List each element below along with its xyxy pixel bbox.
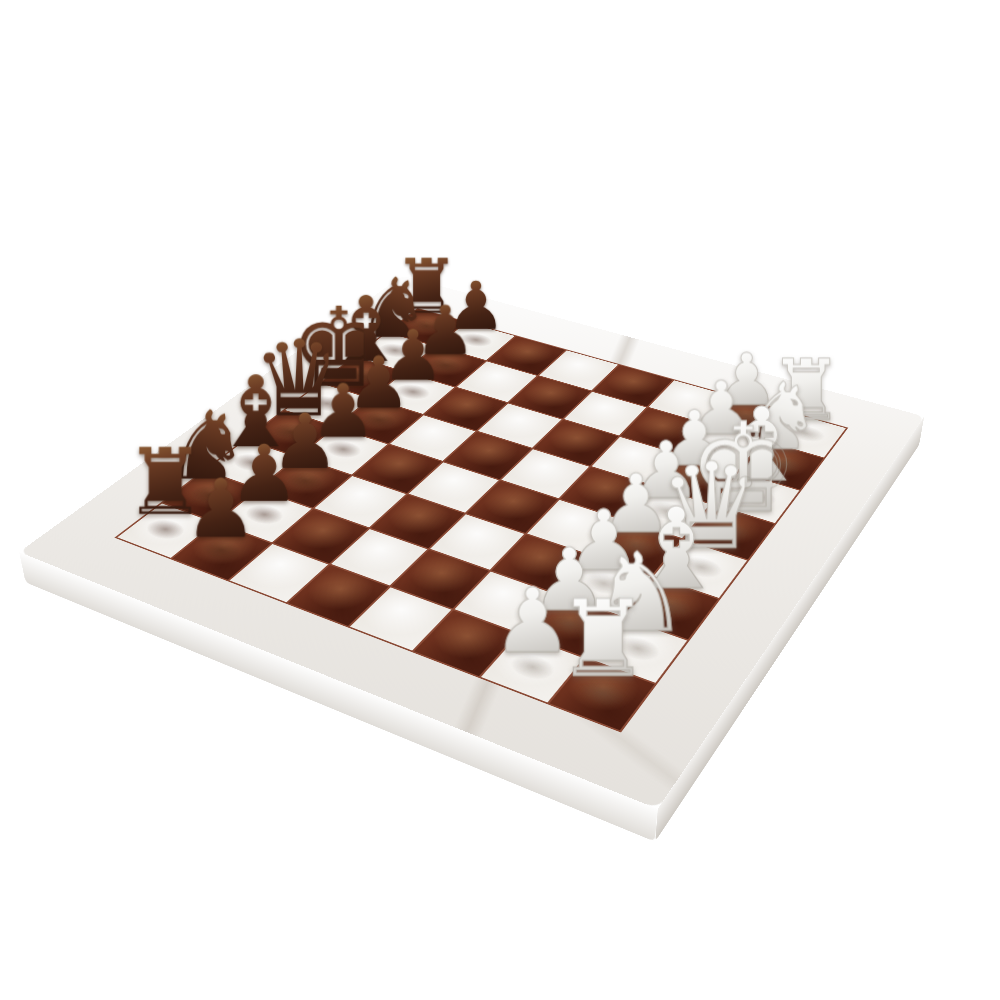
product-photo: ♜♞♝♛♚♝♞♜♟♟♟♟♟♟♟♟♟♟♟♟♟♟♟♟♜♞♝♛♚♝♞♜	[0, 0, 1000, 1000]
board-frame: ♜♞♝♛♚♝♞♜♟♟♟♟♟♟♟♟♟♟♟♟♟♟♟♟♜♞♝♛♚♝♞♜	[19, 276, 924, 809]
board-3d: ♜♞♝♛♚♝♞♜♟♟♟♟♟♟♟♟♟♟♟♟♟♟♟♟♜♞♝♛♚♝♞♜	[19, 276, 924, 809]
pieces-layer: ♜♞♝♛♚♝♞♜♟♟♟♟♟♟♟♟♟♟♟♟♟♟♟♟♜♞♝♛♚♝♞♜	[19, 276, 924, 809]
scene: ♜♞♝♛♚♝♞♜♟♟♟♟♟♟♟♟♟♟♟♟♟♟♟♟♜♞♝♛♚♝♞♜	[0, 0, 1000, 1000]
pawn-glyph: ♟	[179, 468, 264, 549]
rook-glyph: ♜	[555, 586, 651, 692]
